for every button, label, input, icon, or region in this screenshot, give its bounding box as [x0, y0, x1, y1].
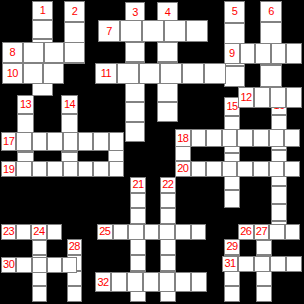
grid-cell[interactable]: 1	[32, 1, 53, 20]
word-8-across: 8	[2, 42, 85, 63]
grid-cell[interactable]	[67, 271, 83, 287]
grid-cell[interactable]	[240, 43, 256, 64]
grid-cell[interactable]	[17, 114, 34, 133]
grid-cell[interactable]	[260, 65, 282, 86]
grid-cell[interactable]: 6	[260, 1, 282, 22]
clue-number: 31	[224, 258, 235, 269]
grid-cell[interactable]	[253, 129, 269, 147]
grid-cell[interactable]	[143, 272, 159, 292]
grid-cell[interactable]	[125, 102, 145, 122]
grid-cell[interactable]: 32	[95, 272, 111, 292]
word-31-across: 31	[222, 256, 302, 272]
grid-cell[interactable]	[93, 132, 108, 151]
grid-cell[interactable]	[224, 23, 245, 45]
clue-number: 30	[3, 259, 14, 270]
grid-cell[interactable]	[224, 190, 240, 209]
word-12-across: 12	[238, 87, 302, 108]
grid-cell[interactable]: 22	[160, 177, 176, 193]
word-19-across: 19	[1, 161, 124, 177]
word-26-across: 2627	[238, 224, 300, 240]
grid-cell[interactable]	[64, 42, 85, 63]
grid-cell[interactable]	[32, 257, 47, 273]
clue-number: 12	[240, 92, 251, 103]
grid-cell[interactable]	[139, 63, 161, 84]
grid-cell[interactable]	[204, 63, 226, 84]
grid-cell[interactable]	[160, 63, 182, 84]
grid-cell[interactable]	[269, 129, 285, 147]
clue-number: 21	[132, 179, 143, 190]
word-10-across: 10	[2, 63, 64, 84]
clue-number: 10	[7, 68, 18, 79]
grid-cell[interactable]	[47, 257, 62, 273]
grid-cell[interactable]: 9	[224, 43, 240, 64]
grid-cell[interactable]	[16, 257, 31, 273]
clue-number: 19	[3, 164, 14, 175]
clue-number: 14	[64, 99, 75, 110]
clue-number: 32	[97, 277, 108, 288]
grid-cell[interactable]: 28	[67, 239, 83, 255]
grid-cell[interactable]: 2	[64, 1, 85, 22]
grid-cell[interactable]: 27	[254, 224, 270, 240]
grid-cell[interactable]	[32, 20, 53, 39]
grid-cell[interactable]	[142, 20, 164, 42]
grid-cell[interactable]: 10	[2, 63, 23, 84]
grid-cell[interactable]: 3	[125, 2, 145, 22]
grid-cell[interactable]	[32, 286, 48, 302]
grid-cell[interactable]	[47, 161, 62, 177]
clue-number: 7	[106, 26, 112, 37]
grid-cell[interactable]	[271, 204, 287, 222]
grid-cell[interactable]	[206, 161, 222, 177]
grid-cell[interactable]	[260, 22, 282, 43]
grid-cell[interactable]	[286, 87, 302, 108]
word-25-across: 25	[97, 224, 206, 240]
grid-cell[interactable]: 19	[1, 161, 16, 177]
grid-cell[interactable]	[269, 224, 285, 240]
grid-cell[interactable]	[222, 161, 238, 177]
grid-cell[interactable]	[160, 239, 176, 255]
grid-cell[interactable]: 18	[175, 129, 191, 147]
grid-cell[interactable]	[120, 20, 142, 42]
grid-cell[interactable]	[237, 129, 253, 147]
grid-cell[interactable]	[284, 129, 300, 147]
grid-cell[interactable]: 5	[224, 1, 245, 23]
grid-cell[interactable]	[175, 146, 191, 161]
grid-cell[interactable]	[159, 272, 175, 292]
grid-cell[interactable]	[67, 286, 83, 302]
grid-cell[interactable]	[16, 161, 31, 177]
grid-cell[interactable]	[23, 42, 44, 63]
clue-number: 2	[72, 6, 78, 17]
clue-number: 20	[177, 163, 188, 174]
clue-number: 26	[240, 226, 251, 237]
grid-cell[interactable]: 8	[2, 42, 23, 63]
grid-cell[interactable]	[130, 208, 146, 224]
grid-cell[interactable]	[175, 224, 191, 240]
grid-cell[interactable]	[224, 66, 245, 88]
grid-cell[interactable]	[255, 43, 271, 64]
grid-cell[interactable]	[160, 255, 176, 271]
grid-cell[interactable]	[125, 122, 145, 142]
grid-cell[interactable]	[93, 161, 108, 177]
grid-cell[interactable]	[117, 63, 139, 84]
grid-cell[interactable]	[238, 256, 254, 272]
word-7-across: 7	[98, 20, 208, 42]
grid-cell[interactable]	[63, 132, 78, 151]
grid-cell[interactable]	[237, 161, 253, 177]
grid-cell[interactable]	[130, 193, 146, 209]
grid-cell[interactable]: 21	[130, 177, 146, 193]
grid-cell[interactable]	[109, 132, 124, 151]
word-30-across: 30	[1, 257, 77, 273]
clue-number: 18	[177, 133, 188, 144]
grid-cell[interactable]	[127, 272, 143, 292]
grid-cell[interactable]	[175, 272, 191, 292]
grid-cell[interactable]	[128, 224, 144, 240]
grid-cell[interactable]: 14	[61, 95, 78, 114]
grid-cell[interactable]: 11	[95, 63, 117, 84]
clue-number: 25	[99, 226, 110, 237]
grid-cell[interactable]	[286, 43, 302, 64]
grid-cell[interactable]	[270, 87, 286, 108]
grid-cell[interactable]	[125, 82, 145, 102]
clue-number: 9	[229, 48, 235, 59]
grid-cell[interactable]	[271, 43, 287, 64]
clue-number: 15	[226, 101, 237, 112]
grid-cell[interactable]	[63, 161, 78, 177]
clue-number: 28	[69, 241, 80, 252]
grid-cell[interactable]	[256, 240, 272, 256]
grid-cell[interactable]	[47, 224, 62, 240]
grid-cell[interactable]	[224, 286, 240, 302]
grid-cell[interactable]: 30	[1, 257, 16, 273]
grid-cell[interactable]	[78, 132, 93, 151]
grid-cell[interactable]: 31	[222, 256, 238, 272]
grid-cell[interactable]	[256, 286, 272, 302]
grid-cell[interactable]	[32, 132, 47, 151]
grid-cell[interactable]	[130, 255, 146, 271]
grid-cell[interactable]	[16, 224, 31, 240]
grid-cell[interactable]	[206, 129, 222, 147]
clue-number: 1	[40, 5, 46, 16]
grid-cell[interactable]	[269, 161, 285, 177]
grid-cell[interactable]: 20	[175, 161, 191, 177]
grid-cell[interactable]	[16, 132, 31, 151]
clue-number: 6	[268, 6, 274, 17]
grid-cell[interactable]: 12	[238, 87, 254, 108]
grid-cell[interactable]	[157, 102, 178, 122]
grid-cell[interactable]: 29	[224, 239, 240, 255]
grid-cell[interactable]	[32, 240, 48, 256]
grid-cell[interactable]	[224, 271, 240, 287]
grid-cell[interactable]	[286, 256, 302, 272]
crossword-board: 1234561314151621222829789101112171819202…	[0, 0, 304, 304]
grid-cell[interactable]	[47, 132, 62, 151]
word-32-across: 32	[95, 272, 207, 292]
grid-cell[interactable]: 17	[1, 132, 16, 151]
clue-number: 3	[132, 7, 138, 18]
clue-number: 4	[165, 7, 171, 18]
grid-cell[interactable]	[62, 257, 77, 273]
clue-number: 11	[101, 68, 111, 79]
clue-number: 27	[256, 226, 267, 237]
grid-cell[interactable]	[109, 161, 124, 177]
grid-cell[interactable]	[64, 22, 85, 43]
grid-cell[interactable]	[254, 87, 270, 108]
clue-number: 5	[232, 6, 238, 17]
word-20-across: 20	[175, 161, 300, 177]
grid-cell[interactable]	[222, 129, 238, 147]
grid-cell[interactable]	[191, 224, 207, 240]
grid-cell[interactable]	[256, 271, 272, 287]
grid-cell[interactable]: 23	[1, 224, 16, 240]
grid-cell[interactable]	[44, 42, 65, 63]
grid-cell[interactable]	[191, 129, 207, 147]
grid-cell[interactable]	[23, 63, 44, 84]
clue-number: 8	[10, 47, 16, 58]
grid-cell[interactable]	[270, 256, 286, 272]
word-11-across: 11	[95, 63, 226, 84]
grid-cell[interactable]	[191, 272, 207, 292]
clue-number: 17	[3, 136, 14, 147]
grid-cell[interactable]	[254, 256, 270, 272]
grid-cell[interactable]	[284, 161, 300, 177]
grid-cell[interactable]	[160, 193, 176, 209]
word-23-across: 2324	[1, 224, 62, 240]
grid-cell[interactable]: 25	[97, 224, 113, 240]
grid-cell[interactable]: 26	[238, 224, 254, 240]
word-18-across: 18	[175, 129, 300, 147]
clue-number: 29	[226, 241, 237, 252]
grid-cell[interactable]	[285, 224, 301, 240]
grid-cell[interactable]: 4	[157, 2, 178, 22]
clue-number: 23	[3, 226, 14, 237]
grid-cell[interactable]	[159, 224, 175, 240]
word-17-across: 17	[1, 132, 124, 151]
grid-cell[interactable]	[253, 161, 269, 177]
grid-cell[interactable]	[78, 161, 93, 177]
grid-cell[interactable]: 7	[98, 20, 120, 42]
grid-cell[interactable]	[144, 224, 160, 240]
clue-number: 24	[33, 226, 44, 237]
clue-number: 22	[162, 179, 173, 190]
grid-cell[interactable]	[32, 161, 47, 177]
grid-cell[interactable]	[186, 20, 208, 42]
grid-cell[interactable]	[32, 271, 48, 287]
grid-cell[interactable]	[157, 42, 178, 62]
clue-number: 13	[20, 99, 31, 110]
grid-cell[interactable]	[160, 208, 176, 224]
grid-cell[interactable]	[111, 272, 127, 292]
grid-cell[interactable]	[191, 161, 207, 177]
grid-cell[interactable]	[43, 63, 64, 84]
grid-cell[interactable]	[164, 20, 186, 42]
word-9-across: 9	[224, 43, 302, 64]
grid-cell[interactable]: 13	[17, 95, 34, 114]
grid-cell[interactable]	[130, 239, 146, 255]
grid-cell[interactable]: 24	[31, 224, 46, 240]
grid-cell[interactable]	[182, 63, 204, 84]
grid-cell[interactable]	[271, 186, 287, 204]
grid-cell[interactable]	[61, 114, 78, 133]
word-15-down: 15	[224, 97, 240, 208]
grid-cell[interactable]	[125, 42, 145, 62]
grid-cell[interactable]	[157, 82, 178, 102]
grid-cell[interactable]	[113, 224, 129, 240]
